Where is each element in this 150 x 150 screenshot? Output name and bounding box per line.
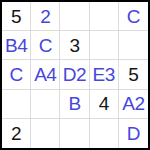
cell-value: 5 [11, 7, 21, 26]
cell-r3c5[interactable]: 5 [119, 60, 148, 89]
cell-r5c1[interactable]: 2 [2, 119, 31, 148]
cell-r3c2[interactable]: A4 [31, 60, 60, 89]
cell-r4c5[interactable]: A2 [119, 90, 148, 119]
cell-r2c5[interactable] [119, 31, 148, 60]
cell-r1c4[interactable] [90, 2, 119, 31]
cell-value: B [68, 94, 80, 113]
cell-r3c1[interactable]: C [2, 60, 31, 89]
cell-r1c5[interactable]: C [119, 2, 148, 31]
cell-r5c5[interactable]: D [119, 119, 148, 148]
cell-value: E3 [93, 65, 115, 84]
cell-r1c3[interactable] [60, 2, 89, 31]
cell-value: C [9, 65, 22, 84]
cell-value: 2 [40, 7, 50, 26]
cell-r4c2[interactable] [31, 90, 60, 119]
cell-r3c3[interactable]: D2 [60, 60, 89, 89]
cell-value: A4 [34, 65, 56, 84]
puzzle-board: 52CB4C3CA4D2E35B4A22D [0, 0, 150, 150]
cell-r4c3[interactable]: B [60, 90, 89, 119]
cell-value: D2 [63, 65, 86, 84]
cell-r5c3[interactable] [60, 119, 89, 148]
cell-r4c1[interactable] [2, 90, 31, 119]
cell-r4c4[interactable]: 4 [90, 90, 119, 119]
cell-r5c4[interactable] [90, 119, 119, 148]
cell-r2c1[interactable]: B4 [2, 31, 31, 60]
cell-r5c2[interactable] [31, 119, 60, 148]
cell-value: D [127, 124, 140, 143]
cell-r2c3[interactable]: 3 [60, 31, 89, 60]
cell-value: 2 [11, 124, 21, 143]
cell-value: C [39, 36, 52, 55]
cell-r1c1[interactable]: 5 [2, 2, 31, 31]
cell-r2c4[interactable] [90, 31, 119, 60]
cell-value: B4 [5, 36, 27, 55]
cell-value: 5 [128, 65, 138, 84]
cell-r2c2[interactable]: C [31, 31, 60, 60]
cell-value: 4 [99, 94, 109, 113]
cell-value: A2 [122, 94, 144, 113]
cell-value: 3 [69, 36, 79, 55]
cell-r1c2[interactable]: 2 [31, 2, 60, 31]
cell-value: C [127, 7, 140, 26]
cell-r3c4[interactable]: E3 [90, 60, 119, 89]
